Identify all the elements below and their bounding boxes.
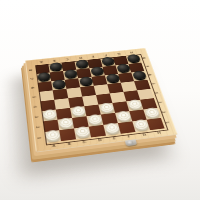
white-piece[interactable] xyxy=(70,105,85,116)
rank-label-right-text: 6 xyxy=(148,74,153,76)
square-h1[interactable] xyxy=(147,118,165,130)
rank-label-right-text: 1 xyxy=(165,121,170,124)
file-label-bottom-text: F xyxy=(127,135,131,139)
rank-label-right-text: 2 xyxy=(162,111,167,113)
white-piece[interactable] xyxy=(74,126,90,138)
white-piece[interactable] xyxy=(58,117,73,128)
rank-label-left-text: 1 xyxy=(37,137,42,140)
black-piece[interactable] xyxy=(63,69,77,78)
white-piece[interactable] xyxy=(99,102,114,113)
black-piece[interactable] xyxy=(116,63,131,72)
file-label-bottom-text: D xyxy=(97,139,101,143)
rank-label-right-text: 8 xyxy=(142,57,146,59)
file-label-top-text: H xyxy=(129,51,133,54)
rank-label-right-text: 5 xyxy=(151,83,156,85)
file-label-top-text: A xyxy=(40,60,43,63)
file-label-bottom-text: A xyxy=(52,144,56,148)
square-c1[interactable] xyxy=(74,127,91,140)
rank-label-right-text: 3 xyxy=(158,101,163,103)
file-label-bottom-text: E xyxy=(112,137,116,141)
black-piece[interactable] xyxy=(78,76,92,86)
black-piece[interactable] xyxy=(90,66,104,75)
file-label-bottom-text: H xyxy=(156,131,161,135)
file-label-bottom-text: C xyxy=(82,140,86,144)
black-piece[interactable] xyxy=(131,70,146,79)
checkers-board: ABCDEFGH8877665544332211ABCDEFGH xyxy=(25,48,178,153)
file-label-top-text: G xyxy=(117,52,121,55)
black-piece[interactable] xyxy=(75,59,89,68)
black-piece[interactable] xyxy=(100,56,114,65)
latch-knob-icon xyxy=(128,140,134,145)
white-piece[interactable] xyxy=(87,114,103,125)
frame-corner xyxy=(165,127,178,136)
file-label-top-text: F xyxy=(104,54,107,57)
rank-label-left-text: 5 xyxy=(32,96,37,98)
rank-label-right-text: 7 xyxy=(145,65,150,67)
file-label-bottom-text: B xyxy=(67,142,71,146)
black-piece[interactable] xyxy=(51,79,65,89)
black-piece[interactable] xyxy=(105,73,120,83)
rank-label-left-text: 6 xyxy=(31,87,35,89)
rank-label-left-text: 7 xyxy=(30,78,34,80)
square-a1[interactable] xyxy=(44,130,61,143)
file-label-bottom-text: G xyxy=(142,133,147,137)
board-grid: ABCDEFGH8877665544332211ABCDEFGH xyxy=(25,48,178,153)
file-label-top-text: C xyxy=(66,58,69,61)
black-piece[interactable] xyxy=(126,54,140,63)
black-piece[interactable] xyxy=(37,72,51,81)
black-piece[interactable] xyxy=(49,62,63,71)
file-label-top-text: E xyxy=(91,55,94,58)
file-label-top-text: D xyxy=(78,56,82,59)
file-label-top-text: B xyxy=(53,59,56,62)
rank-label-left-text: 8 xyxy=(29,69,33,71)
product-photo-background: ABCDEFGH8877665544332211ABCDEFGH xyxy=(0,0,200,200)
white-piece[interactable] xyxy=(42,109,57,120)
rank-label-right-text: 4 xyxy=(155,92,160,94)
rank-label-left-text: 4 xyxy=(33,106,38,108)
rank-label-left-text: 2 xyxy=(36,126,41,129)
white-piece[interactable] xyxy=(45,129,60,141)
white-piece[interactable] xyxy=(104,122,120,134)
rank-label-left-text: 3 xyxy=(35,116,40,119)
white-piece[interactable] xyxy=(143,107,159,118)
folding-latch xyxy=(125,139,137,146)
white-piece[interactable] xyxy=(115,110,131,121)
